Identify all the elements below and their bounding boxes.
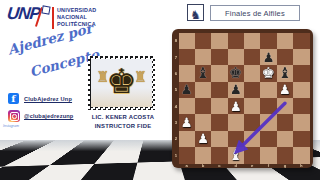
- facebook-letter: f: [11, 93, 15, 104]
- facebook-icon: f: [8, 93, 19, 104]
- thumbnail-page: UNP UNIVERSIDAD NACIONAL POLITÉCNICA Aje…: [0, 0, 320, 180]
- logo-divider: [52, 7, 54, 29]
- lesson-title-box: Finales de Alfiles: [210, 5, 300, 21]
- knight-logo-box: ♞: [187, 4, 204, 21]
- instructor-title: INSTRUCTOR FIDE: [84, 123, 162, 129]
- gold-king-icon: ♚: [106, 61, 136, 101]
- chess-board: ♟♝♚♚♝♟♟♟♟♟♟♝ 87654321abcdefgh: [172, 29, 313, 168]
- instagram-wordmark: Instagram: [3, 124, 19, 128]
- logo-cube-icon: [41, 5, 50, 14]
- stamp-photo: ♜ ♜ ♚: [91, 59, 152, 107]
- lesson-title: Finales de Alfiles: [225, 9, 285, 18]
- instagram-camera-lens: [12, 114, 17, 119]
- university-name-line: UNIVERSIDAD: [57, 7, 96, 14]
- instagram-handle-link[interactable]: @clubajedrezunp: [24, 113, 73, 119]
- instructor-name: LIC. KENER ACOSTA: [84, 114, 162, 120]
- move-annotation-arrow: [172, 29, 313, 168]
- facebook-handle-link[interactable]: ClubAjedrez Unp: [24, 96, 72, 102]
- knight-icon: ♞: [190, 8, 201, 22]
- chess-stamp: ♜ ♜ ♚: [88, 56, 155, 110]
- university-name-line: NACIONAL: [57, 14, 96, 21]
- instagram-icon: [8, 110, 20, 122]
